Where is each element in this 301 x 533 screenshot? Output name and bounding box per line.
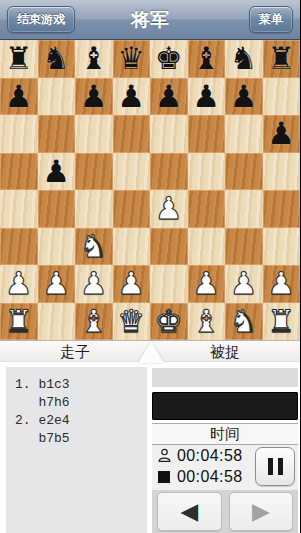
square-g2[interactable]: ♟: [225, 265, 263, 303]
square-c5[interactable]: [75, 153, 113, 191]
square-e6[interactable]: [150, 115, 188, 153]
piece-black-pawn: ♟: [5, 78, 33, 116]
square-c1[interactable]: ♝: [75, 303, 113, 341]
time-header: 时间: [152, 423, 298, 445]
square-a7[interactable]: ♟: [0, 78, 38, 116]
piece-black-pawn: ♟: [230, 78, 258, 116]
square-d5[interactable]: [113, 153, 151, 191]
piece-black-knight: ♞: [42, 40, 70, 78]
square-f8[interactable]: ♝: [188, 40, 226, 78]
square-d1[interactable]: ♛: [113, 303, 151, 341]
square-c8[interactable]: ♝: [75, 40, 113, 78]
square-e8[interactable]: ♚: [150, 40, 188, 78]
piece-white-pawn: ♟: [80, 265, 108, 303]
piece-white-pawn: ♟: [267, 265, 295, 303]
move-list[interactable]: 1. b1c3 h7h6 2. e2e4 b7b5: [6, 367, 147, 533]
square-h4[interactable]: [263, 190, 301, 228]
piece-black-pawn: ♟: [80, 78, 108, 116]
square-d7[interactable]: ♟: [113, 78, 151, 116]
square-b7[interactable]: [38, 78, 76, 116]
square-b6[interactable]: [38, 115, 76, 153]
square-c3[interactable]: ♞: [75, 228, 113, 266]
forward-arrow-icon: ▶: [252, 500, 270, 523]
square-b3[interactable]: [38, 228, 76, 266]
square-f7[interactable]: ♟: [188, 78, 226, 116]
square-a8[interactable]: ♜: [0, 40, 38, 78]
square-h8[interactable]: ♜: [263, 40, 301, 78]
piece-white-bishop: ♝: [80, 303, 108, 341]
square-a3[interactable]: [0, 228, 38, 266]
square-d8[interactable]: ♛: [113, 40, 151, 78]
square-b1[interactable]: [38, 303, 76, 341]
square-f3[interactable]: [188, 228, 226, 266]
piece-white-pawn: ♟: [5, 265, 33, 303]
piece-white-pawn: ♟: [230, 265, 258, 303]
black-player-icon: [156, 471, 172, 483]
piece-black-pawn: ♟: [155, 78, 183, 116]
previous-move-button[interactable]: ◀: [157, 492, 222, 531]
square-d2[interactable]: ♟: [113, 265, 151, 303]
back-arrow-icon: ◀: [180, 500, 198, 523]
square-b4[interactable]: [38, 190, 76, 228]
square-h6[interactable]: ♟: [263, 115, 301, 153]
white-clock-time: 00:04:58: [177, 447, 242, 465]
square-g3[interactable]: [225, 228, 263, 266]
captured-white-tray: [152, 368, 298, 387]
piece-white-knight: ♞: [230, 303, 258, 341]
square-e4[interactable]: ♟: [150, 190, 188, 228]
piece-white-pawn: ♟: [155, 190, 183, 228]
piece-black-pawn: ♟: [42, 153, 70, 191]
square-a4[interactable]: [0, 190, 38, 228]
square-f2[interactable]: ♟: [188, 265, 226, 303]
piece-white-queen: ♛: [117, 303, 145, 341]
move-navigation-bar: ◀ ▶: [152, 490, 298, 533]
pause-button[interactable]: [255, 447, 295, 486]
square-g8[interactable]: ♞: [225, 40, 263, 78]
menu-button[interactable]: 菜单: [249, 6, 293, 33]
piece-black-queen: ♛: [117, 40, 145, 78]
piece-white-pawn: ♟: [42, 265, 70, 303]
square-d3[interactable]: [113, 228, 151, 266]
piece-black-rook: ♜: [5, 40, 33, 78]
square-b8[interactable]: ♞: [38, 40, 76, 78]
piece-white-knight: ♞: [80, 228, 108, 266]
chess-board: ♜♞♝♛♚♝♞♜♟♟♟♟♟♟♟♟♟♞♟♟♟♟♟♟♟♜♝♛♚♝♞♜: [0, 40, 300, 340]
info-panel: 走子 被捉 1. b1c3 h7h6 2. e2e4 b7b5 时间: [0, 340, 300, 533]
square-g5[interactable]: [225, 153, 263, 191]
piece-white-pawn: ♟: [117, 265, 145, 303]
move-list-text: 1. b1c3 h7h6 2. e2e4 b7b5: [6, 367, 147, 448]
square-f5[interactable]: [188, 153, 226, 191]
square-h3[interactable]: [263, 228, 301, 266]
pointer-up-triangle: [138, 341, 164, 363]
square-f4[interactable]: [188, 190, 226, 228]
square-g6[interactable]: [225, 115, 263, 153]
square-a2[interactable]: ♟: [0, 265, 38, 303]
piece-white-rook: ♜: [267, 303, 295, 341]
square-e2[interactable]: [150, 265, 188, 303]
next-move-button[interactable]: ▶: [229, 492, 294, 531]
square-e7[interactable]: ♟: [150, 78, 188, 116]
white-player-icon: [156, 448, 172, 463]
app-window: 将军 结束游戏 菜单 ♜♞♝♛♚♝♞♜♟♟♟♟♟♟♟♟♟♞♟♟♟♟♟♟♟♜♝♛♚…: [0, 0, 300, 533]
square-f1[interactable]: ♝: [188, 303, 226, 341]
tab-moves[interactable]: 走子: [0, 341, 150, 361]
piece-white-king: ♚: [155, 303, 183, 341]
status-column: 时间 00:04:58 00:04:58: [152, 340, 298, 533]
square-h5[interactable]: [263, 153, 301, 191]
clocks-panel: 00:04:58 00:04:58: [152, 445, 298, 490]
square-d6[interactable]: [113, 115, 151, 153]
square-d4[interactable]: [113, 190, 151, 228]
piece-black-pawn: ♟: [267, 115, 295, 153]
square-g1[interactable]: ♞: [225, 303, 263, 341]
piece-white-pawn: ♟: [192, 265, 220, 303]
piece-black-bishop: ♝: [80, 40, 108, 78]
piece-white-bishop: ♝: [192, 303, 220, 341]
square-a5[interactable]: [0, 153, 38, 191]
square-e1[interactable]: ♚: [150, 303, 188, 341]
pause-icon: [268, 458, 273, 475]
pause-icon: [278, 458, 283, 475]
square-e5[interactable]: [150, 153, 188, 191]
square-c4[interactable]: [75, 190, 113, 228]
captured-black-tray: [152, 392, 298, 420]
square-a1[interactable]: ♜: [0, 303, 38, 341]
piece-black-rook: ♜: [267, 40, 295, 78]
square-g7[interactable]: ♟: [225, 78, 263, 116]
piece-black-knight: ♞: [230, 40, 258, 78]
square-c2[interactable]: ♟: [75, 265, 113, 303]
square-c6[interactable]: [75, 115, 113, 153]
piece-black-king: ♚: [155, 40, 183, 78]
piece-black-pawn: ♟: [192, 78, 220, 116]
square-a6[interactable]: [0, 115, 38, 153]
end-game-button[interactable]: 结束游戏: [7, 6, 75, 33]
piece-black-pawn: ♟: [117, 78, 145, 116]
square-h2[interactable]: ♟: [263, 265, 301, 303]
piece-black-bishop: ♝: [192, 40, 220, 78]
square-b5[interactable]: ♟: [38, 153, 76, 191]
square-e3[interactable]: [150, 228, 188, 266]
square-b2[interactable]: ♟: [38, 265, 76, 303]
black-clock-time: 00:04:58: [177, 468, 242, 486]
square-h7[interactable]: [263, 78, 301, 116]
navigation-bar: 将军 结束游戏 菜单: [0, 0, 300, 40]
square-g4[interactable]: [225, 190, 263, 228]
square-h1[interactable]: ♜: [263, 303, 301, 341]
square-c7[interactable]: ♟: [75, 78, 113, 116]
square-f6[interactable]: [188, 115, 226, 153]
piece-white-rook: ♜: [5, 303, 33, 341]
